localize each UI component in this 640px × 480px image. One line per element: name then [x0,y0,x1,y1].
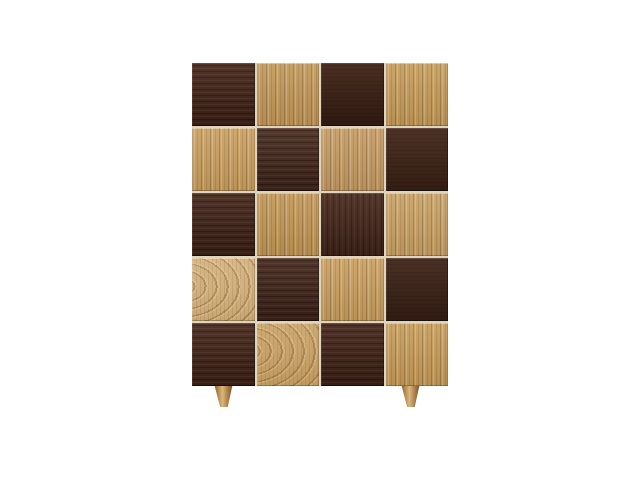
board-square-r1c1 [192,63,255,126]
board-square-r2c2 [257,128,320,191]
board-square-r4c1 [192,258,255,321]
board-square-r1c3 [321,63,384,126]
board-square-r4c4 [386,258,449,321]
board-grid [192,63,448,386]
board-square-r4c3 [321,258,384,321]
board-square-r1c2 [257,63,320,126]
board-square-r3c3 [321,193,384,256]
board-square-r1c4 [386,63,449,126]
product-photo [0,0,640,480]
cabinet-leg-left [213,386,234,407]
board-square-r3c2 [257,193,320,256]
board-square-r3c1 [192,193,255,256]
board-square-r2c3 [321,128,384,191]
board-square-r5c4 [386,323,449,386]
board-square-r5c1 [192,323,255,386]
checkerboard-cabinet [192,63,448,386]
board-square-r2c1 [192,128,255,191]
cabinet-leg-right [400,386,421,407]
board-square-r3c4 [386,193,449,256]
board-square-r2c4 [386,128,449,191]
board-square-r4c2 [257,258,320,321]
board-square-r5c2 [257,323,320,386]
board-square-r5c3 [321,323,384,386]
